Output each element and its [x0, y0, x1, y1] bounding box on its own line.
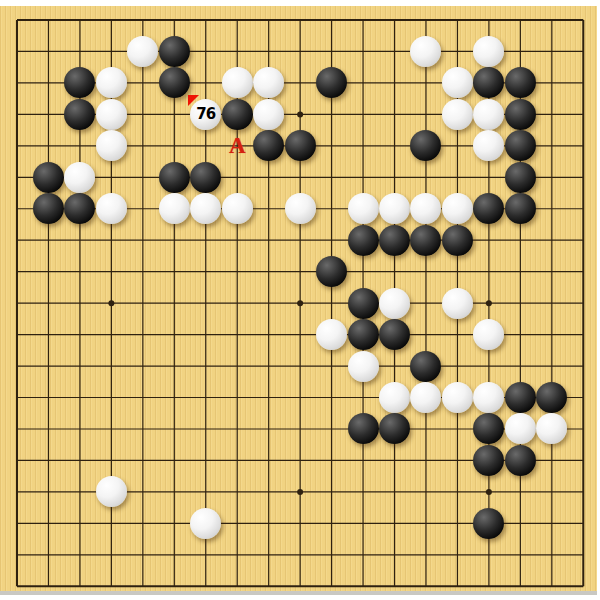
- last-move-number: 76: [190, 99, 221, 130]
- black-stone: [190, 162, 221, 193]
- white-stone: [285, 193, 316, 224]
- black-stone: [159, 36, 190, 67]
- black-stone: [33, 162, 64, 193]
- go-game-viewer: 76A: [0, 0, 600, 600]
- black-stone: [159, 162, 190, 193]
- black-stone: [379, 225, 410, 256]
- black-stone: [222, 99, 253, 130]
- star-point: [108, 300, 114, 306]
- black-stone: [410, 225, 441, 256]
- star-point: [297, 300, 303, 306]
- black-stone: [442, 225, 473, 256]
- black-stone: [285, 130, 316, 161]
- white-stone: 76: [190, 99, 221, 130]
- black-stone: [348, 319, 379, 350]
- white-stone: [348, 351, 379, 382]
- white-stone: [96, 193, 127, 224]
- black-stone: [159, 67, 190, 98]
- white-stone: [316, 319, 347, 350]
- white-stone: [222, 67, 253, 98]
- black-stone: [410, 351, 441, 382]
- black-stone: [348, 288, 379, 319]
- white-stone: [379, 382, 410, 413]
- star-point: [486, 300, 492, 306]
- black-stone: [505, 193, 536, 224]
- black-stone: [505, 382, 536, 413]
- white-stone: [64, 162, 95, 193]
- white-stone: [159, 193, 190, 224]
- black-stone: [505, 445, 536, 476]
- star-point: [486, 489, 492, 495]
- white-stone: [96, 130, 127, 161]
- white-stone: [190, 508, 221, 539]
- white-stone: [348, 193, 379, 224]
- white-stone: [442, 382, 473, 413]
- white-stone: [222, 193, 253, 224]
- black-stone: [348, 413, 379, 444]
- black-stone: [505, 130, 536, 161]
- white-stone: [442, 193, 473, 224]
- white-stone: [379, 288, 410, 319]
- white-stone: [96, 99, 127, 130]
- black-stone: [379, 319, 410, 350]
- black-stone: [505, 162, 536, 193]
- point-label-A: A: [222, 131, 252, 161]
- white-stone: [442, 288, 473, 319]
- white-stone: [442, 99, 473, 130]
- star-point: [297, 111, 303, 117]
- white-stone: [253, 99, 284, 130]
- star-point: [297, 489, 303, 495]
- black-stone: [348, 225, 379, 256]
- black-stone: [505, 99, 536, 130]
- black-stone: [33, 193, 64, 224]
